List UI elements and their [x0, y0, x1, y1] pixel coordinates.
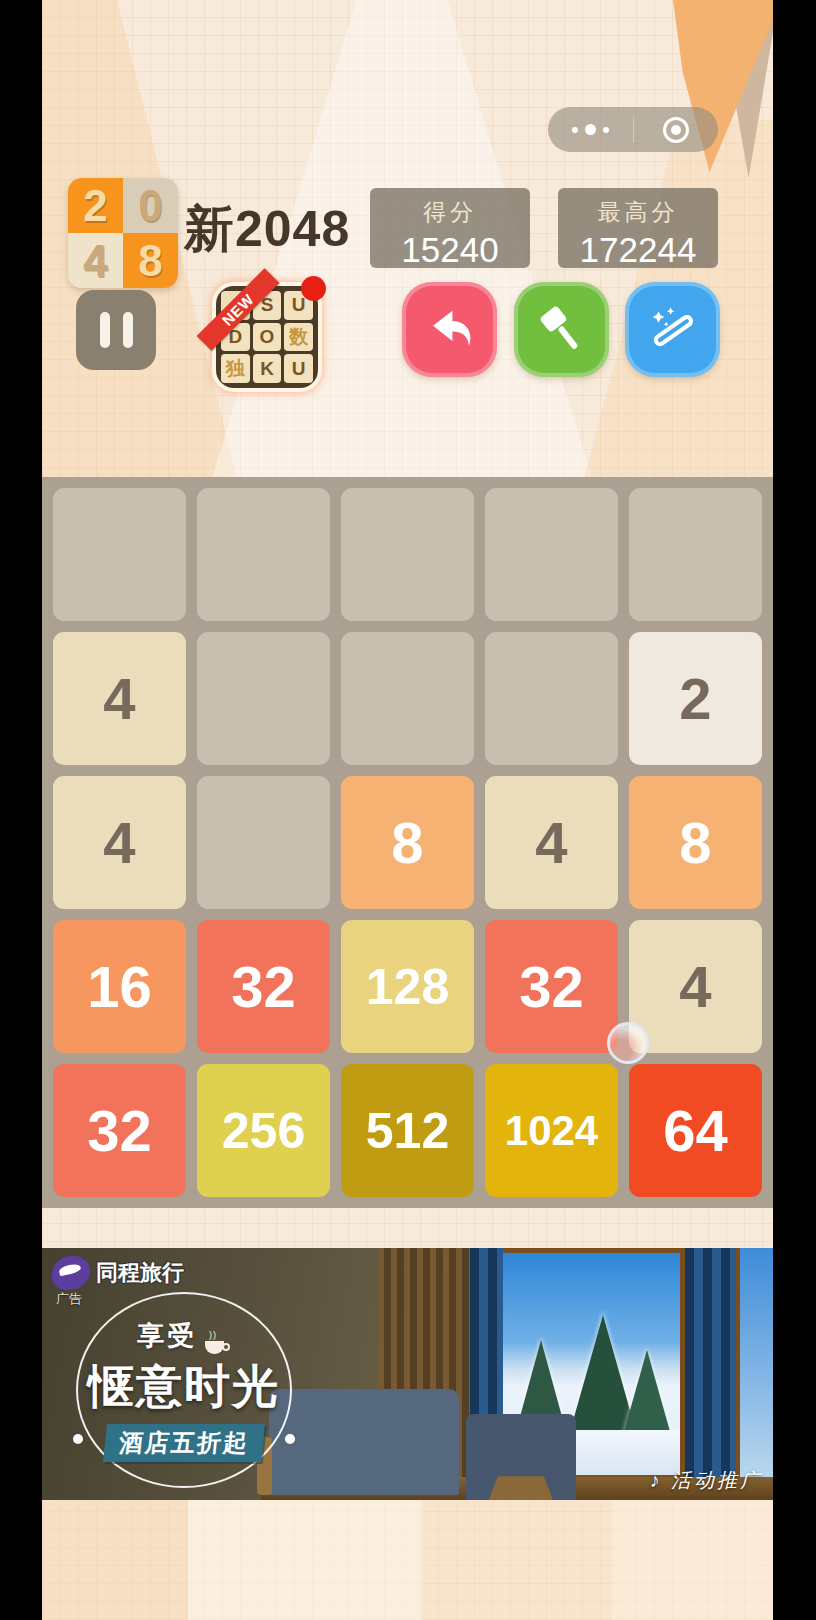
game-board[interactable]: 424848163212832432256512102464 [42, 477, 773, 1208]
back-arrow-icon [421, 301, 479, 359]
best-score-value: 172244 [558, 230, 718, 270]
tile-32: 32 [53, 1064, 186, 1197]
empty-cell [485, 632, 618, 765]
logo-tile: 8 [123, 233, 178, 288]
tile-256: 256 [197, 1064, 330, 1197]
curtain [685, 1248, 736, 1500]
letterbox-left [0, 0, 42, 1620]
ad-promo-text: 活动推广 [671, 1469, 763, 1491]
tile-4: 4 [53, 632, 186, 765]
logo-tile: 0 [123, 178, 178, 233]
sudoku-game-button[interactable]: SUDO数独KU NEW [212, 282, 322, 392]
tile-64: 64 [629, 1064, 762, 1197]
miniprogram-capsule [548, 107, 718, 152]
ad-window-right [736, 1248, 773, 1480]
tile-128: 128 [341, 920, 474, 1053]
tile-4: 4 [53, 776, 186, 909]
logo-tile: 2 [68, 178, 123, 233]
floating-bubble[interactable] [607, 1022, 649, 1064]
empty-cell [197, 776, 330, 909]
game-title: 新2048 [184, 196, 350, 263]
pause-button[interactable] [76, 290, 156, 370]
app-logo: 2 0 4 8 [68, 178, 178, 288]
brand-logo-icon [52, 1256, 90, 1290]
sudoku-letter-tile: K [253, 354, 282, 383]
target-circle-icon [663, 117, 689, 143]
game-screen: 2 0 4 8 新2048 得分 15240 最高分 172244 SUDO数独… [42, 0, 773, 1620]
empty-cell [197, 488, 330, 621]
ad-banner[interactable]: 同程旅行 广告 享受 )) 惬意时光 酒店五折起 ♪ 活动推广 [42, 1248, 773, 1500]
tile-4: 4 [629, 920, 762, 1053]
close-miniprogram-button[interactable] [634, 107, 719, 152]
ad-slogan-top: 享受 [137, 1318, 197, 1354]
tile-32: 32 [197, 920, 330, 1053]
coffee-cup-icon: )) [205, 1334, 231, 1354]
letterbox-right [773, 0, 816, 1620]
empty-cell [629, 488, 762, 621]
tile-8: 8 [341, 776, 474, 909]
magic-wand-icon [644, 301, 702, 359]
score-label: 得分 [370, 197, 530, 228]
magic-wand-button[interactable] [625, 282, 720, 377]
logo-tile: 4 [68, 233, 123, 288]
empty-cell [197, 632, 330, 765]
brand-name: 同程旅行 [96, 1258, 184, 1288]
more-options-button[interactable] [548, 107, 633, 152]
sudoku-letter-tile: U [284, 354, 313, 383]
three-dots-icon [572, 124, 609, 135]
score-box: 得分 15240 [370, 188, 530, 268]
best-score-box: 最高分 172244 [558, 188, 718, 268]
tile-4: 4 [485, 776, 618, 909]
ad-promo-tag: ♪ 活动推广 [649, 1467, 763, 1494]
pause-icon [100, 312, 110, 348]
notification-dot [301, 276, 326, 301]
hammer-icon [533, 301, 591, 359]
ad-slogan-main: 惬意时光 [88, 1356, 280, 1418]
undo-button[interactable] [402, 282, 497, 377]
hammer-button[interactable] [514, 282, 609, 377]
snowy-tree [623, 1350, 671, 1435]
sudoku-letter-tile: O [253, 323, 282, 352]
tile-1024: 1024 [485, 1064, 618, 1197]
empty-cell [341, 488, 474, 621]
empty-cell [341, 632, 474, 765]
tile-8: 8 [629, 776, 762, 909]
chair [466, 1414, 576, 1500]
music-note-icon: ♪ [649, 1469, 662, 1491]
tile-32: 32 [485, 920, 618, 1053]
ad-brand: 同程旅行 [52, 1256, 184, 1290]
bottom-background-bands [42, 1500, 773, 1620]
ad-label: 广告 [56, 1290, 82, 1308]
phone-screen: 2 0 4 8 新2048 得分 15240 最高分 172244 SUDO数独… [0, 0, 816, 1620]
tile-2: 2 [629, 632, 762, 765]
tile-16: 16 [53, 920, 186, 1053]
sofa [269, 1389, 459, 1495]
ad-slogan-ring: 享受 )) 惬意时光 酒店五折起 [76, 1292, 292, 1488]
pause-icon [123, 312, 133, 348]
empty-cell [485, 488, 618, 621]
empty-cell [53, 488, 186, 621]
tile-512: 512 [341, 1064, 474, 1197]
sudoku-letter-tile: 数 [284, 323, 313, 352]
score-value: 15240 [370, 230, 530, 270]
best-score-label: 最高分 [558, 197, 718, 228]
sudoku-letter-tile: 独 [221, 354, 250, 383]
ad-slogan-badge: 酒店五折起 [103, 1424, 265, 1462]
